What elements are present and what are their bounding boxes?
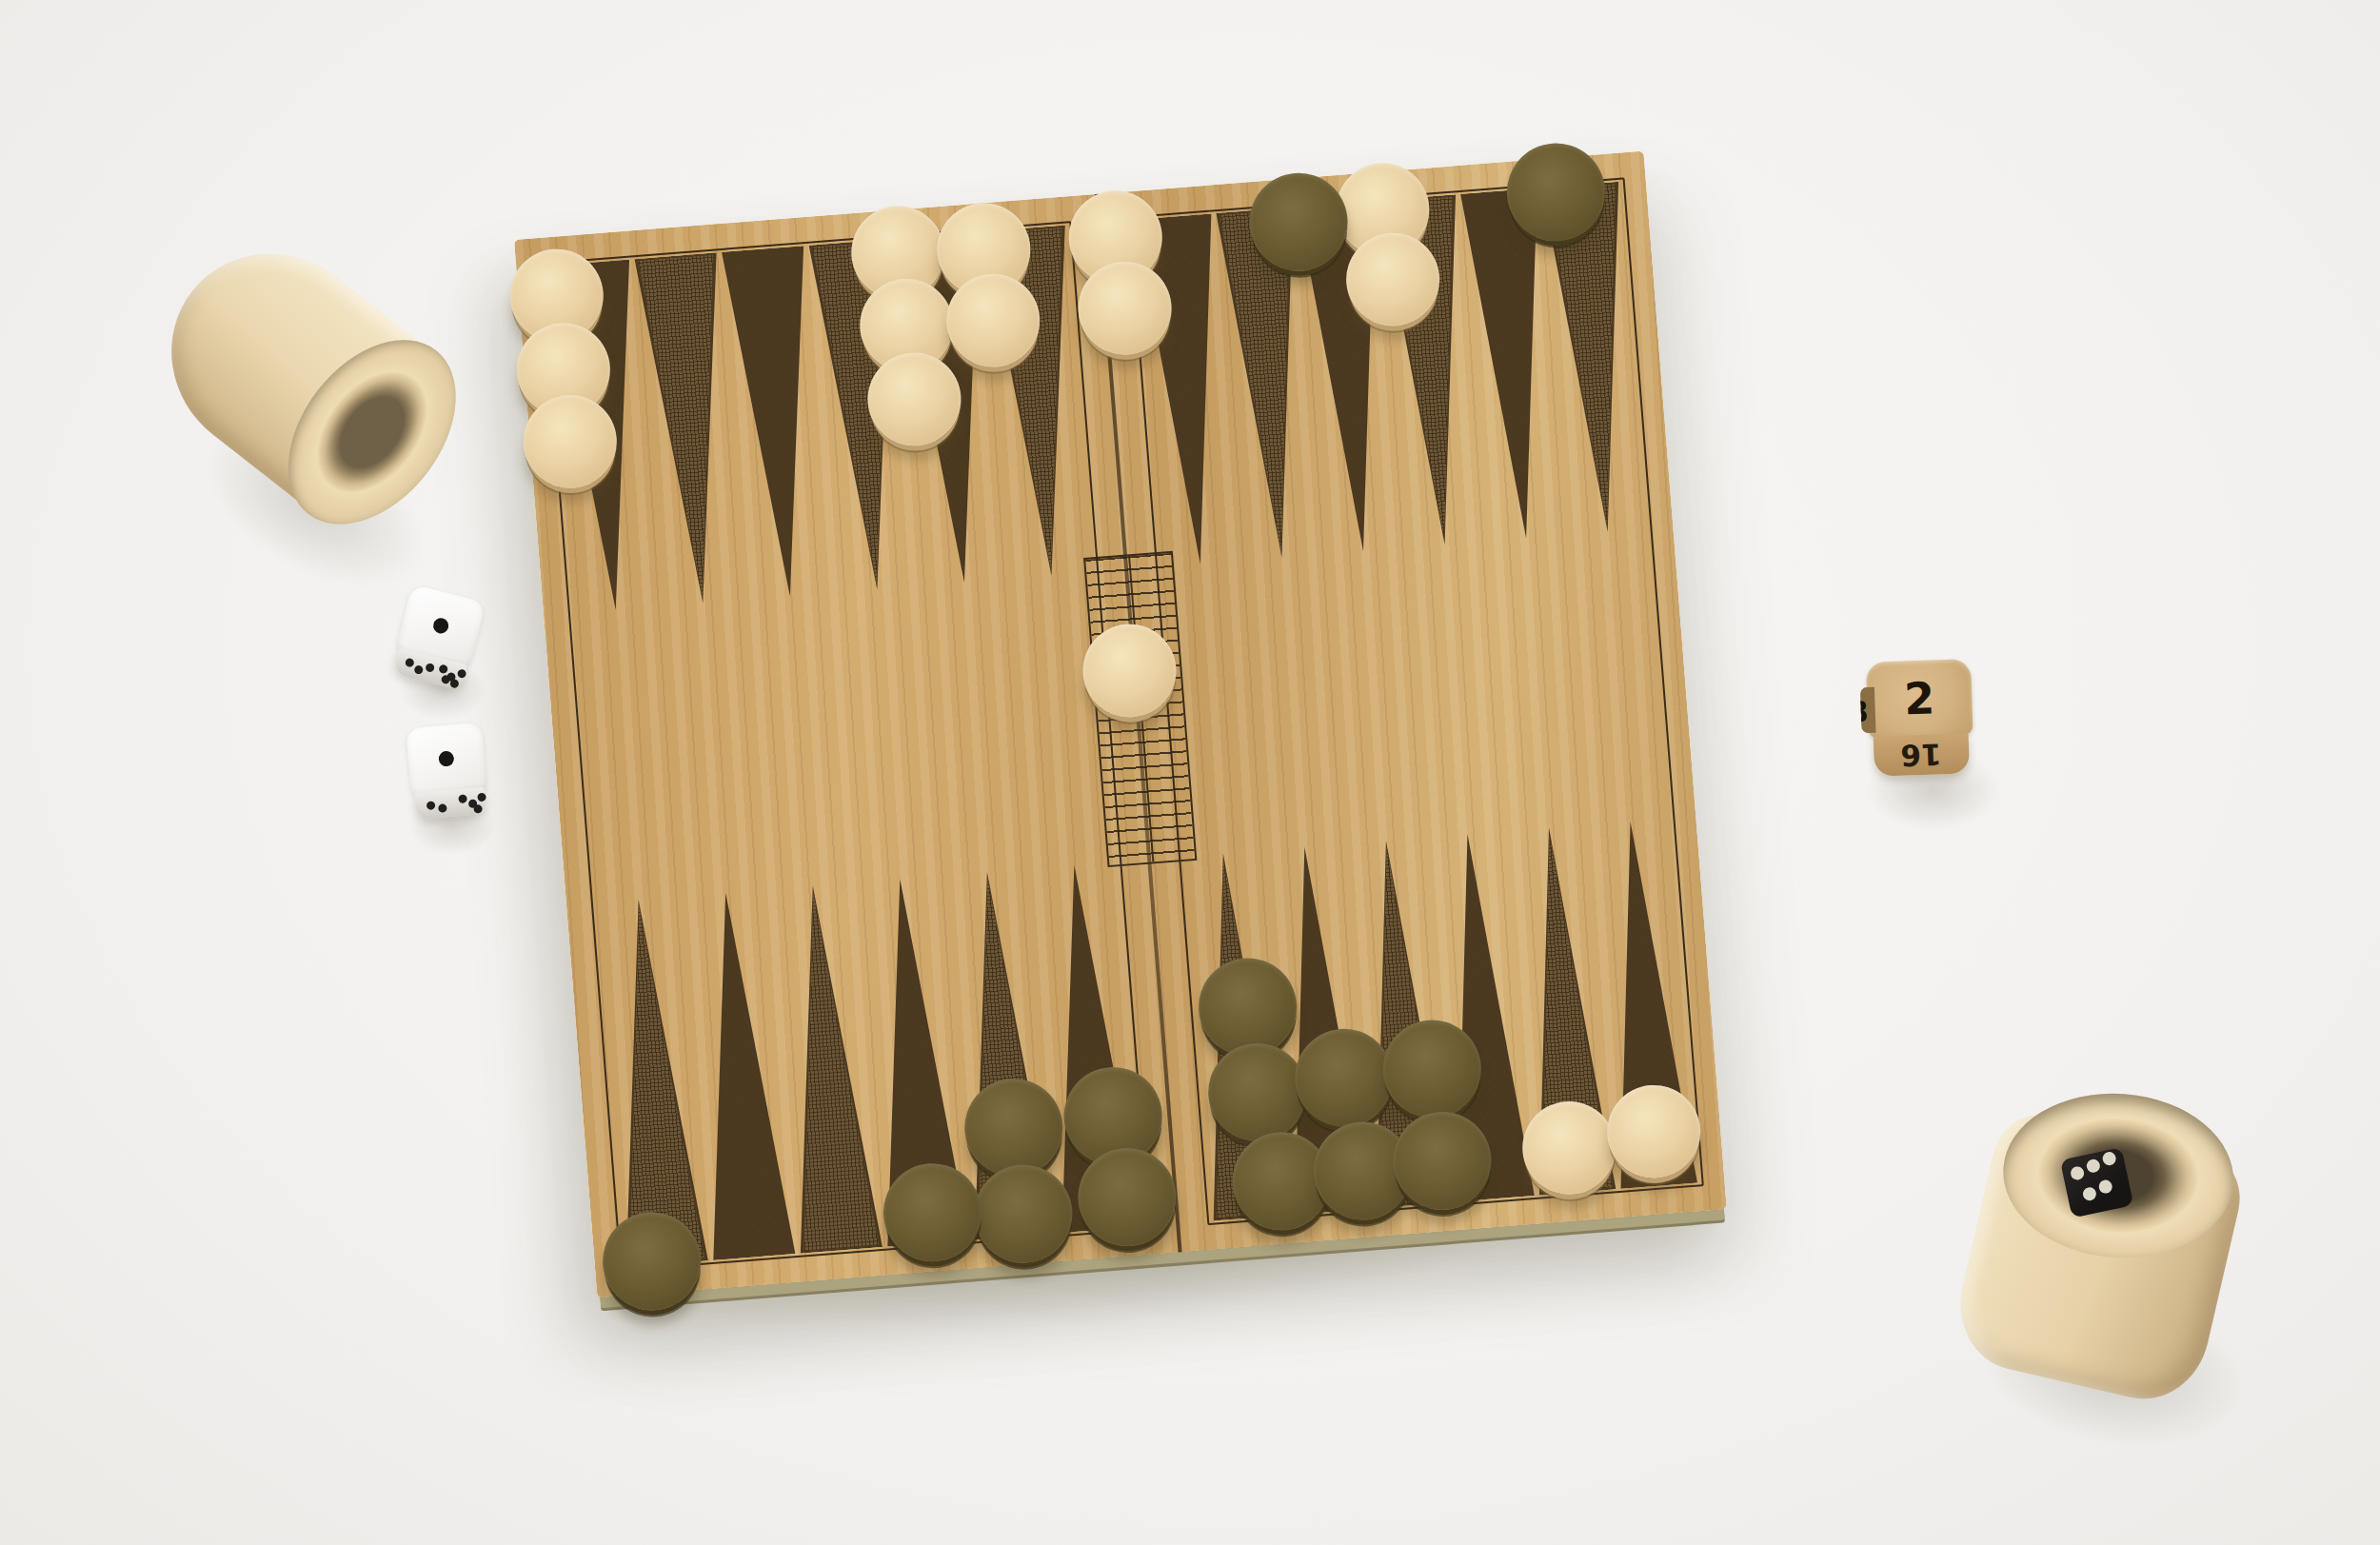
die-side-pip — [438, 803, 447, 813]
die-side-pip — [438, 664, 448, 674]
die-side-faces — [414, 787, 486, 820]
die-side-pip — [457, 668, 467, 679]
black-die-pip — [2082, 1186, 2098, 1202]
die-side-pip — [405, 658, 415, 668]
black-die-pip — [2086, 1158, 2102, 1174]
white-die-2[interactable] — [406, 723, 489, 821]
scene: 2 16 8 — [0, 0, 2380, 1545]
die-pip — [438, 750, 454, 766]
black-die-pip — [2070, 1165, 2086, 1181]
dice-cup-right[interactable] — [1938, 1065, 2274, 1419]
die-side-pip — [477, 793, 486, 802]
doubling-cube-top-face: 2 — [1866, 659, 1973, 739]
die-pip — [431, 617, 449, 635]
dice-cup-left[interactable] — [129, 211, 491, 557]
die-side-pip — [413, 664, 424, 675]
black-die-pip — [2101, 1151, 2117, 1167]
die-side-pip — [426, 801, 436, 810]
doubling-cube-left-face: 8 — [1860, 687, 1876, 733]
white-die-1[interactable] — [390, 584, 486, 692]
black-die-pip — [2097, 1179, 2113, 1195]
die-side-pip — [458, 794, 467, 803]
die-side-pip — [425, 663, 435, 673]
black-die[interactable] — [2060, 1147, 2133, 1218]
doubling-cube[interactable]: 2 16 8 — [1866, 659, 1974, 777]
die-side-pip — [473, 804, 483, 814]
die-side-pip — [449, 679, 460, 689]
doubling-cube-front-face: 16 — [1874, 733, 1970, 776]
backgammon-board — [514, 151, 1727, 1298]
